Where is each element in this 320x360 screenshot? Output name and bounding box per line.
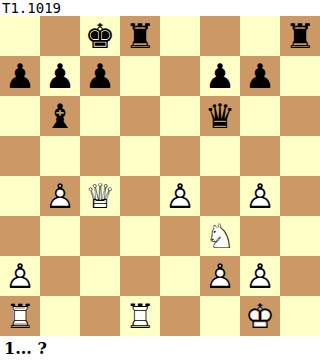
square-b7[interactable]: ♟ (40, 56, 80, 96)
black-king-piece: ♚ (80, 16, 120, 56)
square-c3[interactable] (80, 216, 120, 256)
square-b4[interactable]: ♟♙ (40, 176, 80, 216)
square-d7[interactable] (120, 56, 160, 96)
square-e1[interactable] (160, 296, 200, 336)
square-g2[interactable]: ♟♙ (240, 256, 280, 296)
square-e7[interactable] (160, 56, 200, 96)
square-c2[interactable] (80, 256, 120, 296)
square-a5[interactable] (0, 136, 40, 176)
square-f8[interactable] (200, 16, 240, 56)
square-a8[interactable] (0, 16, 40, 56)
square-g1[interactable]: ♚♔ (240, 296, 280, 336)
square-h7[interactable] (280, 56, 320, 96)
square-a6[interactable] (0, 96, 40, 136)
square-f2[interactable]: ♟♙ (200, 256, 240, 296)
square-f3[interactable]: ♞♘ (200, 216, 240, 256)
square-e8[interactable] (160, 16, 200, 56)
square-g4[interactable]: ♟♙ (240, 176, 280, 216)
square-d8[interactable]: ♜ (120, 16, 160, 56)
square-e5[interactable] (160, 136, 200, 176)
black-bishop-piece: ♝ (40, 96, 80, 136)
square-d5[interactable] (120, 136, 160, 176)
square-a4[interactable] (0, 176, 40, 216)
black-pawn-piece: ♟ (200, 56, 240, 96)
white-rook-piece: ♜♖ (0, 296, 40, 336)
white-knight-piece: ♞♘ (200, 216, 240, 256)
square-g5[interactable] (240, 136, 280, 176)
puzzle-title: T1.1019 (2, 0, 61, 16)
square-b1[interactable] (40, 296, 80, 336)
square-h6[interactable] (280, 96, 320, 136)
black-queen-piece: ♛ (200, 96, 240, 136)
square-c7[interactable]: ♟ (80, 56, 120, 96)
square-d3[interactable] (120, 216, 160, 256)
square-c5[interactable] (80, 136, 120, 176)
square-h4[interactable] (280, 176, 320, 216)
square-h8[interactable]: ♜ (280, 16, 320, 56)
white-pawn-piece: ♟♙ (160, 176, 200, 216)
square-a1[interactable]: ♜♖ (0, 296, 40, 336)
square-b8[interactable] (40, 16, 80, 56)
square-d6[interactable] (120, 96, 160, 136)
square-e3[interactable] (160, 216, 200, 256)
white-rook-piece: ♜♖ (120, 296, 160, 336)
square-g7[interactable]: ♟ (240, 56, 280, 96)
square-a2[interactable]: ♟♙ (0, 256, 40, 296)
square-b2[interactable] (40, 256, 80, 296)
square-f4[interactable] (200, 176, 240, 216)
square-h2[interactable] (280, 256, 320, 296)
square-c4[interactable]: ♛♕ (80, 176, 120, 216)
square-d1[interactable]: ♜♖ (120, 296, 160, 336)
square-g6[interactable] (240, 96, 280, 136)
square-e4[interactable]: ♟♙ (160, 176, 200, 216)
chess-board: ♚♜♜♟♟♟♟♟♝♛♟♙♛♕♟♙♟♙♞♘♟♙♟♙♟♙♜♖♜♖♚♔ (0, 16, 320, 336)
square-c8[interactable]: ♚ (80, 16, 120, 56)
square-c6[interactable] (80, 96, 120, 136)
square-h5[interactable] (280, 136, 320, 176)
black-pawn-piece: ♟ (0, 56, 40, 96)
square-a3[interactable] (0, 216, 40, 256)
white-pawn-piece: ♟♙ (240, 176, 280, 216)
square-a7[interactable]: ♟ (0, 56, 40, 96)
black-rook-piece: ♜ (280, 16, 320, 56)
white-pawn-piece: ♟♙ (240, 256, 280, 296)
black-pawn-piece: ♟ (240, 56, 280, 96)
square-f1[interactable] (200, 296, 240, 336)
square-h1[interactable] (280, 296, 320, 336)
square-g8[interactable] (240, 16, 280, 56)
black-pawn-piece: ♟ (80, 56, 120, 96)
square-b5[interactable] (40, 136, 80, 176)
white-queen-piece: ♛♕ (80, 176, 120, 216)
square-b3[interactable] (40, 216, 80, 256)
black-rook-piece: ♜ (120, 16, 160, 56)
square-d4[interactable] (120, 176, 160, 216)
square-b6[interactable]: ♝ (40, 96, 80, 136)
white-pawn-piece: ♟♙ (40, 176, 80, 216)
square-g3[interactable] (240, 216, 280, 256)
square-d2[interactable] (120, 256, 160, 296)
square-f6[interactable]: ♛ (200, 96, 240, 136)
black-pawn-piece: ♟ (40, 56, 80, 96)
square-e6[interactable] (160, 96, 200, 136)
move-prompt: 1... ? (4, 338, 47, 360)
white-king-piece: ♚♔ (240, 296, 280, 336)
square-f7[interactable]: ♟ (200, 56, 240, 96)
white-pawn-piece: ♟♙ (200, 256, 240, 296)
square-e2[interactable] (160, 256, 200, 296)
square-c1[interactable] (80, 296, 120, 336)
white-pawn-piece: ♟♙ (0, 256, 40, 296)
square-h3[interactable] (280, 216, 320, 256)
square-f5[interactable] (200, 136, 240, 176)
